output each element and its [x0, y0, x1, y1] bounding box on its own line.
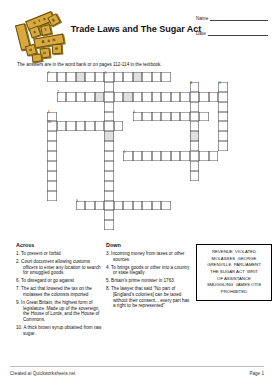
grid-cell[interactable] [47, 161, 57, 171]
grid-cell[interactable] [199, 92, 209, 102]
grid-cell [47, 201, 57, 211]
grid-cell [199, 82, 209, 92]
grid-cell[interactable] [152, 151, 162, 161]
grid-cell [209, 141, 219, 151]
across-clue: 7. The act that lowered the tax on the m… [16, 286, 104, 297]
grid-cell[interactable] [104, 151, 114, 161]
word-bank-entry: MOLASSES GEORGE [198, 256, 270, 263]
grid-cell[interactable] [161, 92, 171, 102]
grid-cell [209, 191, 219, 201]
grid-cell [66, 210, 76, 220]
grid-cell [161, 220, 171, 230]
grid-cell[interactable] [180, 151, 190, 161]
grid-cell[interactable] [171, 151, 181, 161]
grid-cell [152, 131, 162, 141]
grid-cell[interactable] [114, 121, 124, 131]
grid-cell [95, 82, 105, 92]
grid-cell [57, 102, 67, 112]
grid-cell[interactable] [47, 171, 57, 181]
grid-cell [66, 220, 76, 230]
grid-cell[interactable] [95, 72, 105, 82]
word-bank-entry: OF ASSISTANCE [198, 276, 270, 283]
grid-cell [171, 161, 181, 171]
grid-cell[interactable] [161, 72, 171, 82]
grid-cell[interactable] [161, 201, 171, 211]
clue-number: 3 [219, 82, 221, 85]
grid-cell[interactable]: 2 [57, 92, 67, 102]
grid-cell [95, 151, 105, 161]
grid-cell [85, 191, 95, 201]
grid-cell [171, 72, 181, 82]
grid-cell [218, 191, 228, 201]
grid-cell [161, 191, 171, 201]
grid-cell[interactable] [104, 210, 114, 220]
grid-cell[interactable] [123, 201, 133, 211]
down-clue: 5. Britain's prime minister in 1763 [106, 278, 190, 284]
grid-cell [123, 102, 133, 112]
grid-cell [57, 191, 67, 201]
grid-cell [133, 191, 143, 201]
grid-cell [57, 210, 67, 220]
grid-cell [171, 191, 181, 201]
grid-cell[interactable]: 1 [123, 151, 133, 161]
grid-cell[interactable] [171, 92, 181, 102]
grid-cell [199, 191, 209, 201]
grid-cell [85, 210, 95, 220]
grid-cell [95, 210, 105, 220]
across-clue: 9. In Great Britain, the highest form of… [16, 300, 104, 323]
grid-cell [152, 121, 162, 131]
grid-cell [114, 161, 124, 171]
grid-cell[interactable] [114, 201, 124, 211]
grid-cell [161, 121, 171, 131]
grid-cell [142, 220, 152, 230]
grid-cell[interactable]: 6 [133, 112, 143, 122]
grid-cell[interactable] [57, 72, 67, 82]
grid-cell [76, 141, 86, 151]
grid-cell [161, 102, 171, 112]
clue-number: 2 [57, 91, 59, 94]
grid-cell [142, 82, 152, 92]
grid-cell[interactable] [142, 112, 152, 122]
clue-number: 7 [48, 72, 50, 75]
grid-cell [85, 220, 95, 230]
grid-cell [209, 181, 219, 191]
grid-cell [114, 191, 124, 201]
grid-cell[interactable] [152, 201, 162, 211]
grid-cell [95, 220, 105, 230]
grid-cell [199, 141, 209, 151]
clipart-tile: T [40, 24, 52, 36]
grid-cell [66, 201, 76, 211]
grid-cell [114, 102, 124, 112]
grid-cell [114, 82, 124, 92]
grid-cell [171, 141, 181, 151]
grid-cell [199, 102, 209, 112]
grid-cell [161, 171, 171, 181]
crossword-area: 75832461019 [47, 72, 228, 230]
grid-cell[interactable] [152, 112, 162, 122]
grid-cell[interactable] [190, 102, 200, 112]
grid-cell [66, 112, 76, 122]
grid-cell [171, 210, 181, 220]
grid-cell [209, 131, 219, 141]
grid-cell[interactable] [133, 201, 143, 211]
grid-cell [123, 210, 133, 220]
grid-cell [57, 201, 67, 211]
grid-cell [199, 220, 209, 230]
grid-cell [114, 210, 124, 220]
footer-page-number: Page 1 [249, 371, 264, 376]
name-field[interactable] [210, 14, 268, 21]
grid-cell[interactable] [85, 92, 95, 102]
grid-cell [152, 220, 162, 230]
grid-cell [180, 191, 190, 201]
grid-cell[interactable] [104, 92, 114, 102]
grid-cell [85, 151, 95, 161]
date-label: Date [196, 31, 206, 36]
grid-cell [190, 201, 200, 211]
grid-cell [190, 191, 200, 201]
grid-cell[interactable] [190, 161, 200, 171]
grid-cell [76, 151, 86, 161]
grid-cell [218, 151, 228, 161]
clue-number: 1 [124, 151, 126, 154]
grid-cell [152, 210, 162, 220]
grid-cell [123, 92, 133, 102]
word-bank-entry: REVENUE VIOLATED [198, 249, 270, 256]
grid-cell [85, 171, 95, 181]
grid-cell[interactable] [133, 151, 143, 161]
grid-cell [171, 220, 181, 230]
grid-cell [95, 102, 105, 112]
grid-cell [199, 121, 209, 131]
grid-cell[interactable] [171, 112, 181, 122]
grid-cell [123, 220, 133, 230]
grid-cell [180, 72, 190, 82]
grid-cell [152, 141, 162, 151]
grid-cell[interactable] [66, 121, 76, 131]
grid-cell[interactable] [209, 151, 219, 161]
grid-cell [123, 171, 133, 181]
grid-cell [133, 181, 143, 191]
grid-cell [66, 171, 76, 181]
grid-cell[interactable] [104, 112, 114, 122]
across-clues-section: Across 1. To prevent or forbid2. Court d… [16, 242, 104, 339]
grid-cell [180, 82, 190, 92]
grid-cell [209, 82, 219, 92]
clue-number: 8 [190, 82, 192, 85]
grid-cell[interactable] [47, 191, 57, 201]
name-date-block: Name Date [196, 14, 268, 44]
grid-cell [133, 131, 143, 141]
grid-cell [180, 102, 190, 112]
grid-cell [47, 92, 57, 102]
grid-cell [85, 161, 95, 171]
grid-cell[interactable] [47, 141, 57, 151]
across-clue: 10. A thick brown syrup obtained from ra… [16, 325, 104, 336]
grid-cell [57, 112, 67, 122]
grid-cell[interactable]: 9 [76, 201, 86, 211]
grid-cell [171, 121, 181, 131]
grid-cell[interactable] [104, 171, 114, 181]
grid-cell[interactable] [47, 151, 57, 161]
grid-cell [180, 201, 190, 211]
grid-cell[interactable] [104, 161, 114, 171]
instructions-text: The answers are in the word bank or on p… [17, 62, 162, 67]
grid-cell[interactable] [142, 72, 152, 82]
clue-number: 6 [133, 111, 135, 114]
grid-cell[interactable] [123, 72, 133, 82]
grid-cell[interactable] [76, 121, 86, 131]
grid-cell [209, 161, 219, 171]
grid-cell [95, 131, 105, 141]
across-clue-list: 1. To prevent or forbid2. Court document… [16, 251, 104, 336]
across-clue: 1. To prevent or forbid [16, 251, 104, 257]
grid-cell [218, 171, 228, 181]
grid-cell[interactable] [57, 121, 67, 131]
crossword-clipart: S T AATEB A NODR [16, 12, 68, 60]
grid-cell [85, 181, 95, 191]
grid-cell [171, 171, 181, 181]
grid-cell[interactable] [85, 201, 95, 211]
grid-cell[interactable] [199, 151, 209, 161]
grid-cell [180, 131, 190, 141]
across-clue: 2. Court document allowing customs offic… [16, 259, 104, 276]
grid-cell [76, 102, 86, 112]
grid-cell [209, 102, 219, 112]
grid-cell [218, 181, 228, 191]
grid-cell[interactable] [104, 220, 114, 230]
crossword-grid: 75832461019 [47, 72, 228, 230]
grid-cell[interactable] [85, 121, 95, 131]
grid-cell [76, 112, 86, 122]
grid-cell[interactable] [104, 102, 114, 112]
grid-cell [66, 181, 76, 191]
grid-cell [66, 82, 76, 92]
grid-cell[interactable] [190, 92, 200, 102]
grid-cell[interactable] [76, 92, 86, 102]
word-bank-box: REVENUE VIOLATEDMOLASSES GEORGEGRENVILLE… [196, 244, 272, 301]
grid-cell [76, 171, 86, 181]
grid-cell[interactable] [66, 72, 76, 82]
grid-cell[interactable] [190, 151, 200, 161]
grid-cell [66, 191, 76, 201]
grid-cell[interactable] [142, 92, 152, 102]
grid-cell[interactable] [209, 92, 219, 102]
grid-cell [199, 181, 209, 191]
grid-cell [142, 121, 152, 131]
clipart-tile: R [52, 44, 63, 55]
grid-cell [209, 201, 219, 211]
clue-number: 10 [48, 121, 52, 124]
grid-cell[interactable] [190, 171, 200, 181]
grid-cell[interactable] [190, 121, 200, 131]
grid-cell [66, 141, 76, 151]
page-title: Trade Laws and The Sugar Act [66, 24, 206, 35]
grid-cell [76, 72, 86, 82]
grid-cell [218, 220, 228, 230]
name-label: Name [196, 16, 208, 21]
grid-cell[interactable] [47, 181, 57, 191]
grid-cell [152, 161, 162, 171]
grid-cell[interactable] [104, 141, 114, 151]
grid-cell[interactable] [95, 201, 105, 211]
grid-cell[interactable]: 5 [104, 72, 114, 82]
grid-cell[interactable] [190, 141, 200, 151]
grid-cell [123, 161, 133, 171]
grid-cell [171, 181, 181, 191]
grid-cell [66, 161, 76, 171]
grid-cell[interactable] [104, 191, 114, 201]
grid-cell [190, 181, 200, 191]
grid-cell[interactable]: 7 [47, 72, 57, 82]
grid-cell [57, 181, 67, 191]
grid-cell[interactable] [114, 72, 124, 82]
grid-cell[interactable] [104, 82, 114, 92]
grid-cell[interactable]: 10 [47, 121, 57, 131]
grid-cell[interactable] [161, 112, 171, 122]
grid-cell [199, 161, 209, 171]
grid-cell [190, 210, 200, 220]
word-bank-entry: PROHIBITED [198, 289, 270, 296]
grid-cell [190, 131, 200, 141]
grid-cell[interactable] [161, 151, 171, 161]
grid-cell[interactable] [180, 92, 190, 102]
grid-cell[interactable] [104, 201, 114, 211]
grid-cell[interactable] [104, 181, 114, 191]
grid-cell[interactable] [152, 72, 162, 82]
grid-cell[interactable] [47, 131, 57, 141]
grid-cell [123, 181, 133, 191]
grid-cell[interactable] [218, 131, 228, 141]
grid-cell [218, 161, 228, 171]
grid-cell [142, 102, 152, 112]
grid-cell[interactable] [190, 112, 200, 122]
grid-cell [152, 191, 162, 201]
grid-cell [95, 141, 105, 151]
grid-cell [190, 220, 200, 230]
footer-credit: Created at Quickworksheets.net [10, 371, 75, 376]
grid-cell[interactable] [142, 201, 152, 211]
grid-cell [142, 210, 152, 220]
grid-cell [76, 210, 86, 220]
across-heading: Across [16, 242, 104, 248]
grid-cell [152, 102, 162, 112]
grid-cell [57, 141, 67, 151]
across-clue: 6. To disregard or go against [16, 278, 104, 284]
grid-cell [133, 141, 143, 151]
worksheet-page: S T AATEB A NODR Trade Laws and The Suga… [0, 0, 274, 388]
grid-cell[interactable] [152, 92, 162, 102]
grid-cell [161, 82, 171, 92]
grid-cell [114, 151, 124, 161]
down-clue: 8. The lawyer that said "No part of [Eng… [106, 286, 190, 309]
grid-cell [114, 131, 124, 141]
grid-cell [133, 171, 143, 181]
grid-cell[interactable]: 3 [218, 82, 228, 92]
grid-cell [57, 131, 67, 141]
grid-cell [95, 112, 105, 122]
grid-cell[interactable] [133, 92, 143, 102]
grid-cell [209, 112, 219, 122]
grid-cell [161, 210, 171, 220]
grid-cell [152, 171, 162, 181]
grid-cell [133, 82, 143, 92]
grid-cell [76, 220, 86, 230]
grid-cell [180, 220, 190, 230]
grid-cell [209, 72, 219, 82]
date-field[interactable] [208, 29, 268, 36]
word-bank-entry: SMUGGLING JAMES OTIS [198, 282, 270, 289]
grid-cell [152, 82, 162, 92]
grid-cell [57, 171, 67, 181]
grid-cell [114, 141, 124, 151]
grid-cell [95, 92, 105, 102]
grid-cell [199, 131, 209, 141]
grid-cell [123, 121, 133, 131]
grid-cell [57, 151, 67, 161]
grid-cell [114, 112, 124, 122]
grid-cell [57, 161, 67, 171]
grid-cell [161, 131, 171, 141]
word-bank-entry: THE SUGAR ACT WRIT [198, 269, 270, 276]
grid-cell [142, 161, 152, 171]
grid-cell [123, 131, 133, 141]
grid-cell [85, 131, 95, 141]
grid-cell [171, 201, 181, 211]
grid-cell[interactable] [218, 102, 228, 112]
grid-cell [47, 210, 57, 220]
grid-cell [209, 210, 219, 220]
grid-cell[interactable] [85, 72, 95, 82]
grid-cell[interactable] [218, 141, 228, 151]
grid-cell [47, 220, 57, 230]
word-bank-entry: GRENVILLE PARLIAMENT [198, 262, 270, 269]
grid-cell [95, 171, 105, 181]
grid-cell [85, 141, 95, 151]
grid-cell [180, 181, 190, 191]
down-clues-section: Down 3. Incoming money from taxes or oth… [106, 242, 190, 311]
grid-cell [180, 171, 190, 181]
grid-cell[interactable] [95, 121, 105, 131]
grid-cell[interactable] [199, 112, 209, 122]
grid-cell [142, 191, 152, 201]
grid-cell[interactable] [104, 121, 114, 131]
grid-cell [114, 220, 124, 230]
down-clue-list: 3. Incoming money from taxes or other so… [106, 251, 190, 309]
grid-cell[interactable] [218, 112, 228, 122]
grid-cell [171, 131, 181, 141]
grid-cell [209, 220, 219, 230]
grid-cell [180, 141, 190, 151]
grid-cell [171, 102, 181, 112]
grid-cell [199, 210, 209, 220]
grid-cell[interactable] [114, 92, 124, 102]
down-clue: 4. To brings goods or other into a count… [106, 265, 190, 276]
grid-cell [180, 210, 190, 220]
grid-cell [161, 161, 171, 171]
grid-cell[interactable] [66, 92, 76, 102]
grid-cell [142, 131, 152, 141]
grid-cell[interactable] [218, 92, 228, 102]
grid-cell[interactable]: 8 [190, 82, 200, 92]
grid-cell[interactable] [142, 151, 152, 161]
grid-cell[interactable] [218, 121, 228, 131]
grid-cell [47, 82, 57, 92]
grid-cell [133, 220, 143, 230]
grid-cell[interactable] [180, 112, 190, 122]
